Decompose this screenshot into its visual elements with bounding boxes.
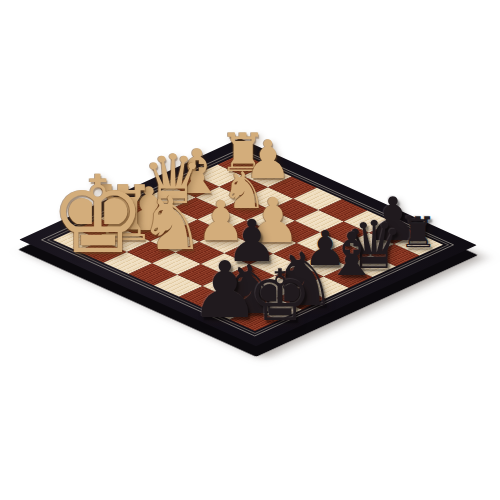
board-grid <box>53 154 443 331</box>
product-photo-stage: ♜♟♝♛♞♟♜♟♟♟♞♜♚♟♟♛♝♞♞♟♚ <box>0 0 500 500</box>
